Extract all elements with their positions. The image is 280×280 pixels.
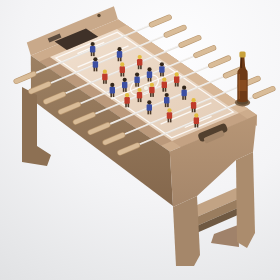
near-right-leg	[236, 152, 255, 248]
scene-svg	[0, 0, 280, 280]
beer-bottle	[235, 52, 250, 107]
rod-hole-far-wall	[97, 14, 100, 17]
bottle-cap	[239, 52, 245, 58]
near-left-leg	[173, 196, 200, 266]
foosball-table-photo: Foosball (table football) — cardboard fo…	[0, 0, 280, 280]
near-right-foot	[211, 225, 239, 247]
ball	[143, 85, 148, 90]
bottle-neck-shade	[241, 57, 243, 68]
